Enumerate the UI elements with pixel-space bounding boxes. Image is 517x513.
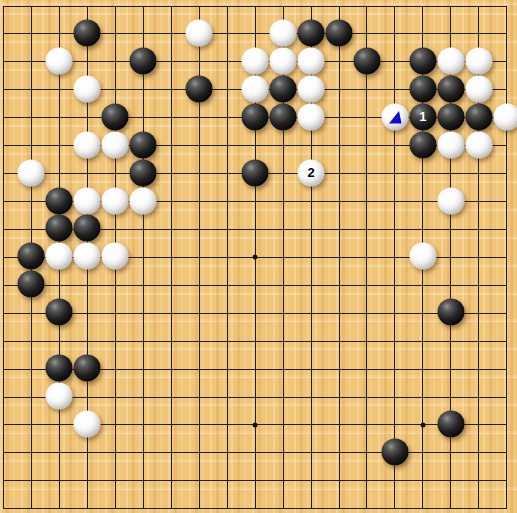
grid-line-horizontal [3,341,507,342]
grid-line-horizontal [3,480,507,481]
stone-black [409,131,436,158]
grid-line-horizontal [3,285,507,286]
stone-white [74,187,101,214]
grid-line-horizontal [3,397,507,398]
stone-black [242,159,269,186]
stone-black [102,103,129,130]
stone-white [465,47,492,74]
triangle-marker [381,103,408,130]
stone-white [46,382,73,409]
grid-line-vertical [339,6,340,510]
stone-white [102,131,129,158]
stone-black [18,271,45,298]
stone-white [242,75,269,102]
move-number-label: 1 [409,103,436,130]
stone-black [74,354,101,381]
stone-black [437,299,464,326]
stone-white [74,410,101,437]
stone-black [437,75,464,102]
grid-line-horizontal [3,452,507,453]
stone-black [46,299,73,326]
star-point [253,422,258,427]
stone-black [437,410,464,437]
stone-white [46,243,73,270]
grid-line-horizontal [3,313,507,314]
stone-white [465,75,492,102]
stone-black [298,19,325,46]
grid-line-vertical [394,6,395,510]
stone-white [46,47,73,74]
stone-black [130,47,157,74]
stone-white [130,187,157,214]
stone-white [493,103,517,130]
stone-white [18,159,45,186]
stone-white [270,47,297,74]
move-number-text: 2 [307,166,314,179]
stone-black [409,75,436,102]
stone-white [242,47,269,74]
move-number-text: 1 [419,110,426,123]
stone-white [298,75,325,102]
stone-white [465,131,492,158]
stone-black [46,187,73,214]
stone-white [270,19,297,46]
stone-black [409,47,436,74]
stone-white [437,131,464,158]
stone-black [130,131,157,158]
triangle-icon [385,107,404,126]
stone-black [381,438,408,465]
stone-white [74,243,101,270]
grid-line-vertical [506,6,507,510]
stone-black [242,103,269,130]
stone-black [130,159,157,186]
stone-white [186,19,213,46]
stone-black [326,19,353,46]
go-board[interactable]: 12 [0,0,517,513]
stone-black [186,75,213,102]
stone-black [353,47,380,74]
stone-white [298,47,325,74]
stone-white [437,187,464,214]
stone-black [46,354,73,381]
stone-white [409,243,436,270]
stone-black [437,103,464,130]
stone-white [74,75,101,102]
stone-black [74,215,101,242]
star-point [253,255,258,260]
move-number-label: 2 [298,159,325,186]
stone-black [18,243,45,270]
grid-line-horizontal [3,508,507,509]
stone-white [102,187,129,214]
stone-black [465,103,492,130]
stone-white [102,243,129,270]
stone-black [74,19,101,46]
stone-black [270,75,297,102]
grid-line-vertical [366,6,367,510]
stone-white [298,103,325,130]
stone-black [46,215,73,242]
star-point [420,422,425,427]
stone-white [74,131,101,158]
stone-white [437,47,464,74]
stone-black [270,103,297,130]
